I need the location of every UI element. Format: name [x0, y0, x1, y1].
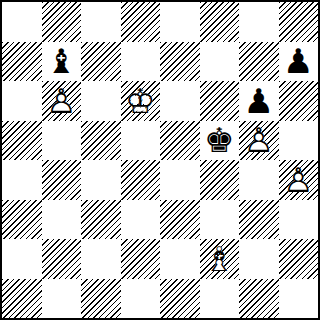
square-f7[interactable] — [200, 42, 240, 82]
square-a1[interactable] — [2, 279, 42, 319]
square-g7[interactable] — [239, 42, 279, 82]
square-g2[interactable] — [239, 239, 279, 279]
piece-white-pawn[interactable]: ♟♙ — [279, 160, 319, 200]
square-h7[interactable]: ♟ — [279, 42, 319, 82]
piece-glyph-outline: ♙ — [42, 81, 82, 121]
square-a8[interactable] — [2, 2, 42, 42]
square-e5[interactable] — [160, 121, 200, 161]
square-a3[interactable] — [2, 200, 42, 240]
square-f4[interactable] — [200, 160, 240, 200]
square-e4[interactable] — [160, 160, 200, 200]
square-h8[interactable] — [279, 2, 319, 42]
square-c8[interactable] — [81, 2, 121, 42]
piece-glyph: ♚ — [200, 121, 240, 161]
square-f5[interactable]: ♚ — [200, 121, 240, 161]
square-d1[interactable] — [121, 279, 161, 319]
square-f8[interactable] — [200, 2, 240, 42]
square-c1[interactable] — [81, 279, 121, 319]
piece-glyph-outline: ♙ — [239, 121, 279, 161]
square-e8[interactable] — [160, 2, 200, 42]
piece-black-bishop[interactable]: ♝ — [42, 42, 82, 82]
piece-glyph-outline: ♙ — [279, 160, 319, 200]
square-d3[interactable] — [121, 200, 161, 240]
square-d2[interactable] — [121, 239, 161, 279]
piece-glyph: ♝ — [42, 42, 82, 82]
square-h1[interactable] — [279, 279, 319, 319]
square-g6[interactable]: ♟ — [239, 81, 279, 121]
square-h4[interactable]: ♟♙ — [279, 160, 319, 200]
piece-white-king[interactable]: ♚♔ — [121, 81, 161, 121]
square-f2[interactable]: ♝♗ — [200, 239, 240, 279]
square-g1[interactable] — [239, 279, 279, 319]
square-d8[interactable] — [121, 2, 161, 42]
square-b8[interactable] — [42, 2, 82, 42]
square-c3[interactable] — [81, 200, 121, 240]
piece-black-pawn[interactable]: ♟ — [239, 81, 279, 121]
square-g8[interactable] — [239, 2, 279, 42]
square-h3[interactable] — [279, 200, 319, 240]
square-d6[interactable]: ♚♔ — [121, 81, 161, 121]
square-g5[interactable]: ♟♙ — [239, 121, 279, 161]
square-h5[interactable] — [279, 121, 319, 161]
square-c7[interactable] — [81, 42, 121, 82]
square-d5[interactable] — [121, 121, 161, 161]
piece-white-bishop[interactable]: ♝♗ — [200, 239, 240, 279]
square-e3[interactable] — [160, 200, 200, 240]
piece-glyph-outline: ♗ — [200, 239, 240, 279]
square-d7[interactable] — [121, 42, 161, 82]
square-g4[interactable] — [239, 160, 279, 200]
square-f6[interactable] — [200, 81, 240, 121]
square-e7[interactable] — [160, 42, 200, 82]
square-e6[interactable] — [160, 81, 200, 121]
square-a6[interactable] — [2, 81, 42, 121]
chess-board: ♝♟♟♙♚♔♟♚♟♙♟♙♝♗ — [2, 2, 318, 318]
square-c2[interactable] — [81, 239, 121, 279]
square-b3[interactable] — [42, 200, 82, 240]
square-b6[interactable]: ♟♙ — [42, 81, 82, 121]
chess-board-frame: ♝♟♟♙♚♔♟♚♟♙♟♙♝♗ — [0, 0, 320, 320]
square-h2[interactable] — [279, 239, 319, 279]
square-a4[interactable] — [2, 160, 42, 200]
piece-glyph: ♟ — [239, 81, 279, 121]
piece-glyph-outline: ♔ — [121, 81, 161, 121]
piece-glyph: ♟ — [279, 42, 319, 82]
square-b5[interactable] — [42, 121, 82, 161]
piece-white-pawn[interactable]: ♟♙ — [42, 81, 82, 121]
square-e2[interactable] — [160, 239, 200, 279]
piece-white-pawn[interactable]: ♟♙ — [239, 121, 279, 161]
square-a7[interactable] — [2, 42, 42, 82]
square-b1[interactable] — [42, 279, 82, 319]
piece-black-pawn[interactable]: ♟ — [279, 42, 319, 82]
square-h6[interactable] — [279, 81, 319, 121]
square-f1[interactable] — [200, 279, 240, 319]
square-c5[interactable] — [81, 121, 121, 161]
square-e1[interactable] — [160, 279, 200, 319]
piece-black-king[interactable]: ♚ — [200, 121, 240, 161]
square-b2[interactable] — [42, 239, 82, 279]
square-c6[interactable] — [81, 81, 121, 121]
square-b7[interactable]: ♝ — [42, 42, 82, 82]
square-f3[interactable] — [200, 200, 240, 240]
square-d4[interactable] — [121, 160, 161, 200]
square-c4[interactable] — [81, 160, 121, 200]
square-a5[interactable] — [2, 121, 42, 161]
square-g3[interactable] — [239, 200, 279, 240]
square-a2[interactable] — [2, 239, 42, 279]
square-b4[interactable] — [42, 160, 82, 200]
